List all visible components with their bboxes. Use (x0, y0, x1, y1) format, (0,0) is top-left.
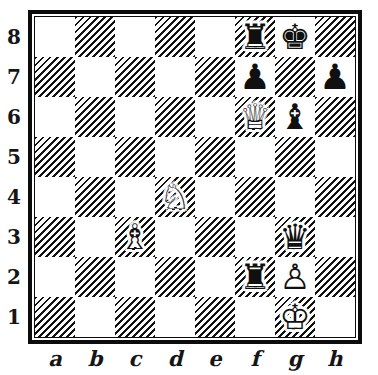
square-c8 (115, 17, 155, 57)
square-b4 (75, 177, 115, 217)
square-g4 (275, 177, 315, 217)
square-f6: ♕ (235, 97, 275, 137)
black-bishop-g6: ♝ (279, 100, 310, 135)
white-bishop-c3: ♗ (119, 220, 150, 255)
rank-label-6: 6 (2, 97, 26, 137)
square-h4 (315, 177, 355, 217)
square-g6: ♝ (275, 97, 315, 137)
square-b8 (75, 17, 115, 57)
square-f5 (235, 137, 275, 177)
square-d5 (155, 137, 195, 177)
square-e3 (195, 217, 235, 257)
square-a5 (35, 137, 75, 177)
file-label-d: d (155, 344, 195, 372)
chess-board: ♜♚♟♟♕♝♘♗♛♜♙♔ (35, 17, 355, 337)
file-label-g: g (275, 344, 315, 372)
rank-label-7: 7 (2, 57, 26, 97)
square-h3 (315, 217, 355, 257)
black-rook-f8: ♜ (239, 20, 270, 55)
black-pawn-f7: ♟ (239, 60, 270, 95)
square-b1 (75, 297, 115, 337)
chess-diagram-page: 87654321 ♜♚♟♟♕♝♘♗♛♜♙♔ abcdefgh (0, 0, 378, 375)
square-e4 (195, 177, 235, 217)
square-a4 (35, 177, 75, 217)
square-a6 (35, 97, 75, 137)
square-g7 (275, 57, 315, 97)
square-h8 (315, 17, 355, 57)
square-d1 (155, 297, 195, 337)
square-d7 (155, 57, 195, 97)
square-g2: ♙ (275, 257, 315, 297)
square-f1 (235, 297, 275, 337)
board-frame: ♜♚♟♟♕♝♘♗♛♜♙♔ (28, 10, 362, 344)
square-g3: ♛ (275, 217, 315, 257)
square-g5 (275, 137, 315, 177)
square-c5 (115, 137, 155, 177)
square-f4 (235, 177, 275, 217)
file-label-h: h (315, 344, 355, 372)
square-b6 (75, 97, 115, 137)
square-f2: ♜ (235, 257, 275, 297)
rank-label-3: 3 (2, 217, 26, 257)
square-c7 (115, 57, 155, 97)
square-a1 (35, 297, 75, 337)
square-e1 (195, 297, 235, 337)
square-e7 (195, 57, 235, 97)
rank-label-2: 2 (2, 257, 26, 297)
square-e8 (195, 17, 235, 57)
file-label-b: b (75, 344, 115, 372)
rank-label-5: 5 (2, 137, 26, 177)
square-c1 (115, 297, 155, 337)
square-d2 (155, 257, 195, 297)
square-c6 (115, 97, 155, 137)
square-f7: ♟ (235, 57, 275, 97)
square-d8 (155, 17, 195, 57)
square-b3 (75, 217, 115, 257)
file-labels: abcdefgh (35, 344, 355, 372)
square-h1 (315, 297, 355, 337)
black-king-g8: ♚ (279, 20, 310, 55)
square-b2 (75, 257, 115, 297)
square-a2 (35, 257, 75, 297)
square-h2 (315, 257, 355, 297)
white-king-g1: ♔ (279, 300, 310, 335)
square-c2 (115, 257, 155, 297)
rank-label-8: 8 (2, 17, 26, 57)
rank-label-1: 1 (2, 297, 26, 337)
file-label-e: e (195, 344, 235, 372)
black-pawn-h7: ♟ (319, 60, 350, 95)
square-b5 (75, 137, 115, 177)
square-d3 (155, 217, 195, 257)
square-a3 (35, 217, 75, 257)
square-a7 (35, 57, 75, 97)
square-d4: ♘ (155, 177, 195, 217)
white-pawn-g2: ♙ (279, 260, 310, 295)
square-e6 (195, 97, 235, 137)
square-e5 (195, 137, 235, 177)
square-a8 (35, 17, 75, 57)
black-rook-f2: ♜ (239, 260, 270, 295)
black-queen-g3: ♛ (279, 220, 310, 255)
white-queen-f6: ♕ (239, 100, 270, 135)
square-g8: ♚ (275, 17, 315, 57)
white-knight-d4: ♘ (159, 180, 190, 215)
file-label-a: a (35, 344, 75, 372)
square-f8: ♜ (235, 17, 275, 57)
rank-label-4: 4 (2, 177, 26, 217)
file-label-f: f (235, 344, 275, 372)
rank-labels: 87654321 (2, 17, 26, 337)
board-inner-rule: ♜♚♟♟♕♝♘♗♛♜♙♔ (34, 16, 356, 338)
square-e2 (195, 257, 235, 297)
square-h7: ♟ (315, 57, 355, 97)
file-label-c: c (115, 344, 155, 372)
square-b7 (75, 57, 115, 97)
square-c4 (115, 177, 155, 217)
square-h6 (315, 97, 355, 137)
square-f3 (235, 217, 275, 257)
square-h5 (315, 137, 355, 177)
square-d6 (155, 97, 195, 137)
square-g1: ♔ (275, 297, 315, 337)
square-c3: ♗ (115, 217, 155, 257)
